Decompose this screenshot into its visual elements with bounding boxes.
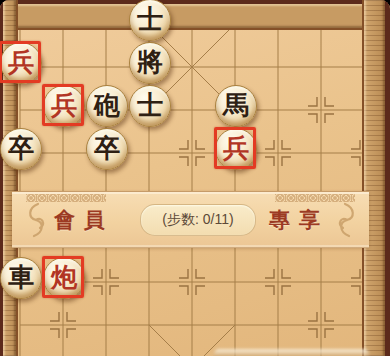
piece-red-9[interactable]: 兵 <box>215 128 257 170</box>
member-label: 會員 <box>54 206 114 234</box>
banner-flourish-left-icon <box>24 202 50 238</box>
banner-scroll-ornament-left <box>26 194 106 202</box>
steps-counter: (步数: 0/11) <box>140 204 256 236</box>
banner-scroll-ornament-right <box>275 194 355 202</box>
piece-red-3[interactable]: 兵 <box>43 85 85 127</box>
exclusive-label: 專享 <box>269 206 329 234</box>
piece-black-4[interactable]: 砲 <box>86 85 128 127</box>
piece-red-11[interactable]: 炮 <box>43 257 85 299</box>
vip-banner: 會員 (步数: 0/11) 專享 <box>12 191 369 248</box>
xiangqi-board-screen: 會員 (步数: 0/11) 專享 士兵將兵砲士馬卒卒兵車炮 <box>0 0 390 356</box>
piece-black-6[interactable]: 馬 <box>215 85 257 127</box>
banner-flourish-right-icon <box>333 202 359 238</box>
piece-black-2[interactable]: 將 <box>129 42 171 84</box>
piece-black-0[interactable]: 士 <box>129 0 171 41</box>
piece-black-8[interactable]: 卒 <box>86 128 128 170</box>
piece-black-5[interactable]: 士 <box>129 85 171 127</box>
bottom-edge-glare <box>214 349 369 356</box>
board-grid[interactable] <box>0 0 390 356</box>
board-frame-right <box>362 0 390 356</box>
piece-red-1[interactable]: 兵 <box>0 42 42 84</box>
piece-black-7[interactable]: 卒 <box>0 128 42 170</box>
board-frame-top <box>0 0 390 30</box>
piece-black-10[interactable]: 車 <box>0 257 42 299</box>
